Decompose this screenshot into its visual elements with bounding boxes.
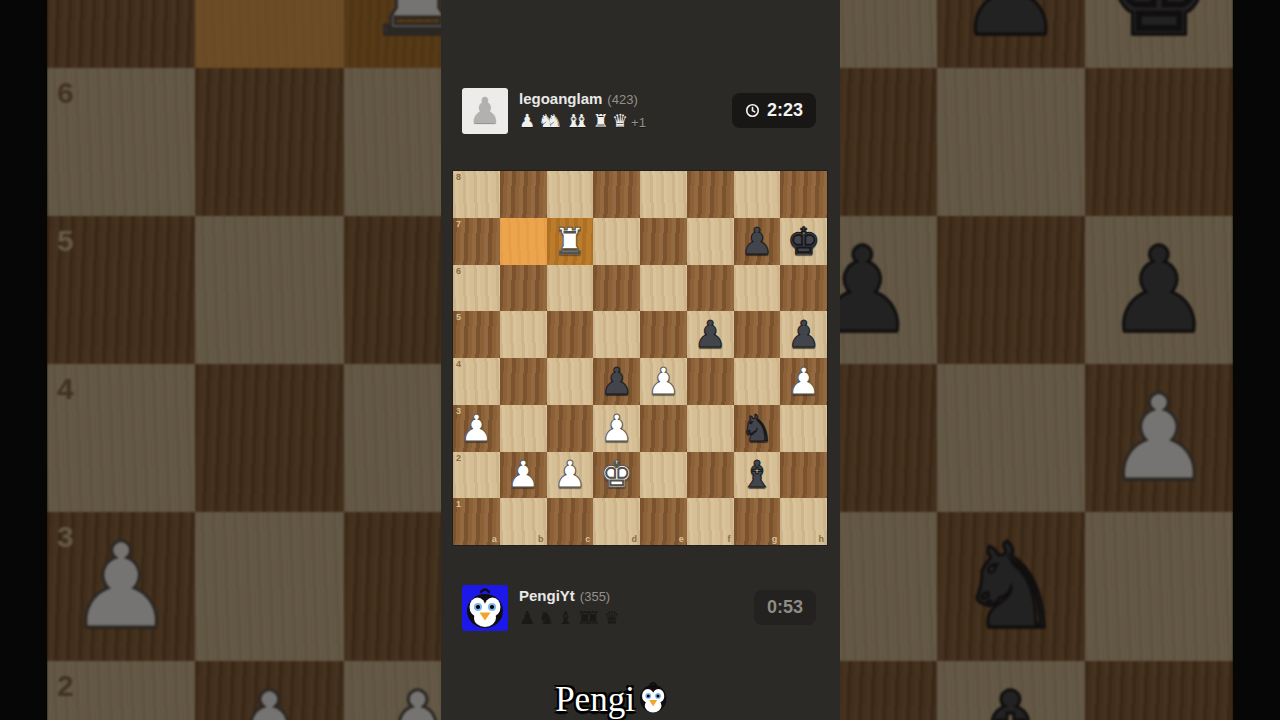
square-g6[interactable] [734,265,781,312]
square-e5[interactable] [640,311,687,358]
square-h4[interactable]: ♟ [780,358,827,405]
rank-label-4: 4 [456,359,461,369]
square-c8[interactable] [547,171,594,218]
square-e6[interactable] [640,265,687,312]
square-h3[interactable] [780,405,827,452]
square-d2[interactable]: ♚ [593,452,640,499]
captured-group: ♞♞ [538,110,554,131]
top-clock-time: 2:23 [767,100,803,121]
square-h1[interactable]: h [780,498,827,545]
square-f2[interactable] [687,452,734,499]
square-a2[interactable]: 2 [453,452,500,499]
square-d3[interactable]: ♟ [593,405,640,452]
square-a7[interactable]: 7 [453,218,500,265]
piece-white-pawn-a3[interactable]: ♟ [453,405,500,452]
square-g1[interactable]: g [734,498,781,545]
clock-icon [745,103,760,118]
square-f1[interactable]: f [687,498,734,545]
square-e4[interactable]: ♟ [640,358,687,405]
piece-black-pawn-g7[interactable]: ♟ [734,218,781,265]
square-a1[interactable]: 1a [453,498,500,545]
penguin-icon [637,682,669,714]
square-d4[interactable]: ♟ [593,358,640,405]
square-a5[interactable]: 5 [453,311,500,358]
top-player-avatar[interactable]: ♟ [462,88,508,134]
square-c5[interactable] [547,311,594,358]
captured-group: ♛ [612,110,620,131]
channel-watermark: Pengi [550,680,674,720]
top-player-clock: 2:23 [732,93,816,128]
square-b8[interactable] [500,171,547,218]
square-f6[interactable] [687,265,734,312]
captured-group: ♝♝ [565,110,581,131]
square-b7[interactable] [500,218,547,265]
square-e2[interactable] [640,452,687,499]
file-label-a: a [492,534,497,544]
square-g3[interactable]: ♞ [734,405,781,452]
square-f4[interactable] [687,358,734,405]
top-player-row: ♟ legoanglam(423) ♟♞♞♝♝♜♛+1 2:23 [462,88,819,136]
square-d6[interactable] [593,265,640,312]
square-e7[interactable] [640,218,687,265]
square-g7[interactable]: ♟ [734,218,781,265]
square-d7[interactable] [593,218,640,265]
bottom-player-row: PengiYt(355) ♟♞♝♜♜♛ 0:53 [462,585,819,633]
square-c6[interactable] [547,265,594,312]
square-h8[interactable] [780,171,827,218]
square-a3[interactable]: 3♟ [453,405,500,452]
bottom-player-clock: 0:53 [754,590,816,625]
piece-white-pawn-e4[interactable]: ♟ [640,358,687,405]
square-e3[interactable] [640,405,687,452]
piece-white-pawn-b2[interactable]: ♟ [500,452,547,499]
square-a6[interactable]: 6 [453,265,500,312]
letterbox-bar-left [0,0,47,720]
square-b2[interactable]: ♟ [500,452,547,499]
piece-black-knight-g3[interactable]: ♞ [734,405,781,452]
rank-label-6: 6 [456,266,461,276]
piece-black-pawn-d4[interactable]: ♟ [593,358,640,405]
file-label-e: e [679,534,684,544]
square-d1[interactable]: d [593,498,640,545]
piece-white-pawn-d3[interactable]: ♟ [593,405,640,452]
square-b5[interactable] [500,311,547,358]
square-d8[interactable] [593,171,640,218]
square-g4[interactable] [734,358,781,405]
piece-black-king-h7[interactable]: ♚ [780,218,827,265]
square-b3[interactable] [500,405,547,452]
rank-label-7: 7 [456,219,461,229]
rank-label-2: 2 [456,453,461,463]
captured-group: ♛ [604,607,612,628]
piece-black-pawn-h5[interactable]: ♟ [780,311,827,358]
piece-white-pawn-c2[interactable]: ♟ [547,452,594,499]
piece-white-rook-c7[interactable]: ♜ [547,218,594,265]
game-panel: ♟ legoanglam(423) ♟♞♞♝♝♜♛+1 2:23 87♜♟♚65… [441,0,840,720]
file-label-d: d [632,534,638,544]
watermark-text: Pengi [555,680,635,720]
square-f3[interactable] [687,405,734,452]
square-f5[interactable]: ♟ [687,311,734,358]
rank-label-8: 8 [456,172,461,182]
square-e8[interactable] [640,171,687,218]
square-c4[interactable] [547,358,594,405]
material-advantage: +1 [631,115,646,130]
captured-pieces-bottom: ♟♞♝♜♜♛ [519,607,623,629]
piece-black-bishop-g2[interactable]: ♝ [734,452,781,499]
square-c2[interactable]: ♟ [547,452,594,499]
white-pawn-icon: ♟ [469,93,501,129]
captured-pieces-top: ♟♞♞♝♝♜♛+1 [519,110,646,132]
top-player-name[interactable]: legoanglam [519,90,602,107]
square-a4[interactable]: 4 [453,358,500,405]
file-label-f: f [728,534,731,544]
captured-group: ♟ [519,110,527,131]
square-b4[interactable] [500,358,547,405]
square-c1[interactable]: c [547,498,594,545]
bottom-player-rating: (355) [580,589,610,604]
bottom-player-avatar[interactable] [462,585,508,631]
bottom-player-name[interactable]: PengiYt [519,587,575,604]
square-h6[interactable] [780,265,827,312]
square-g8[interactable] [734,171,781,218]
captured-group: ♝ [557,607,565,628]
square-h2[interactable] [780,452,827,499]
captured-group: ♞ [538,607,546,628]
square-f7[interactable] [687,218,734,265]
piece-white-pawn-h4[interactable]: ♟ [780,358,827,405]
square-f8[interactable] [687,171,734,218]
file-label-c: c [585,534,590,544]
square-h5[interactable]: ♟ [780,311,827,358]
captured-group: ♜ [593,110,601,131]
chess-board: 87♜♟♚65♟♟4♟♟♟3♟♟♞2♟♟♚♝1abcdefgh [453,171,827,545]
square-c3[interactable] [547,405,594,452]
bottom-clock-time: 0:53 [767,597,803,618]
file-label-b: b [538,534,544,544]
piece-white-king-d2[interactable]: ♚ [593,452,640,499]
square-b1[interactable]: b [500,498,547,545]
square-b6[interactable] [500,265,547,312]
top-player-rating: (423) [607,92,637,107]
file-label-h: h [819,534,825,544]
captured-group: ♟ [519,607,527,628]
penguin-icon [462,585,508,631]
rank-label-1: 1 [456,499,461,509]
file-label-g: g [772,534,778,544]
rank-label-5: 5 [456,312,461,322]
square-d5[interactable] [593,311,640,358]
square-a8[interactable]: 8 [453,171,500,218]
square-h7[interactable]: ♚ [780,218,827,265]
square-c7[interactable]: ♜ [547,218,594,265]
square-g5[interactable] [734,311,781,358]
piece-black-pawn-f5[interactable]: ♟ [687,311,734,358]
square-g2[interactable]: ♝ [734,452,781,499]
letterbox-bar-right [1233,0,1280,720]
captured-group: ♜♜ [577,607,593,628]
square-e1[interactable]: e [640,498,687,545]
